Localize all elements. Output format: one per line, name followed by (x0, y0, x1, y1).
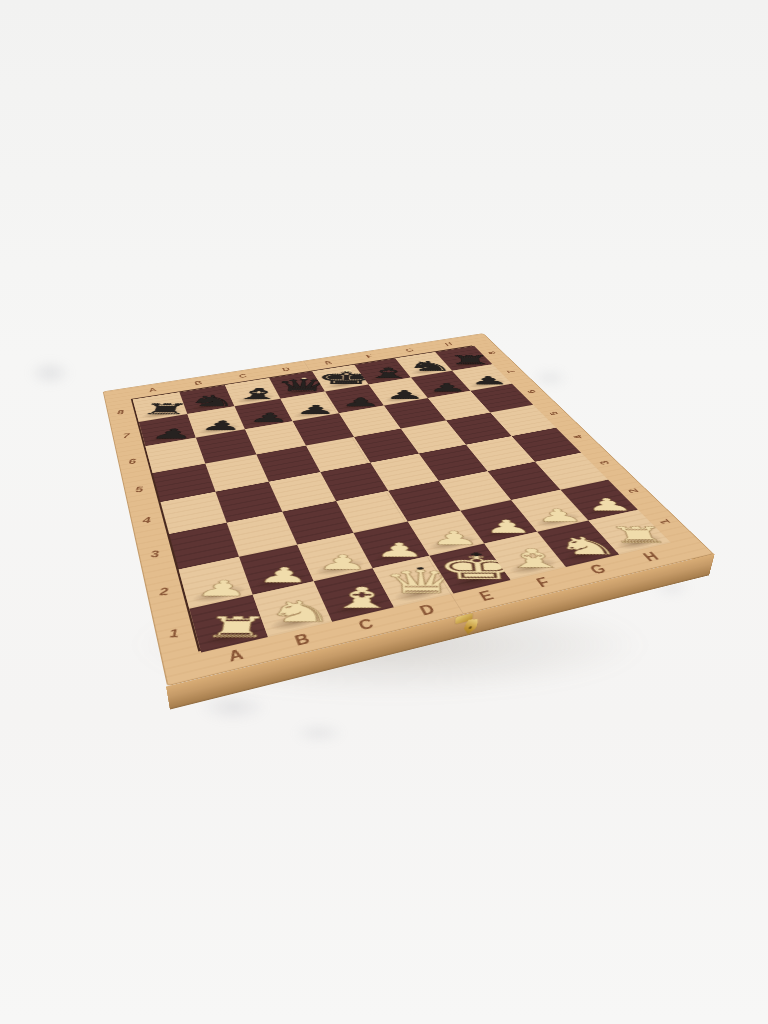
coordinate-label-near: C (356, 617, 376, 634)
king-cross-finial (474, 553, 479, 557)
coordinate-label-near: D (417, 602, 437, 618)
black-pawn: ♟ (294, 404, 336, 416)
latch-hole (469, 626, 473, 629)
coordinate-label-near: H (640, 550, 662, 564)
coordinate-label-left: 3 (150, 548, 161, 559)
coordinate-label-far: G (404, 347, 415, 353)
coordinate-label-right: 2 (624, 488, 641, 495)
piece-shadow (202, 623, 263, 650)
piece-shadow (505, 556, 561, 578)
coordinate-label-far: A (148, 386, 157, 393)
coordinate-label-left: 1 (169, 626, 181, 640)
black-knight: ♞ (185, 394, 240, 408)
black-pawn: ♟ (384, 389, 425, 400)
coordinate-label-far: C (238, 373, 248, 379)
square-a8: ♜ (133, 392, 188, 422)
black-pawn: ♟ (427, 382, 468, 393)
coordinate-label-right: 6 (524, 389, 538, 394)
coordinate-label-left: 6 (128, 457, 138, 465)
coordinate-label-near: G (587, 562, 609, 577)
coordinate-label-left: 2 (159, 585, 170, 597)
coordinate-label-left: 5 (134, 485, 144, 494)
coordinate-label-right: 4 (570, 434, 585, 439)
coordinate-label-far: D (281, 366, 291, 372)
king-cross-finial (345, 370, 348, 372)
coordinate-label-right: 1 (656, 518, 673, 525)
black-pawn: ♟ (199, 419, 245, 431)
piece-shadow (267, 609, 327, 635)
coordinate-label-left: 4 (142, 515, 152, 525)
queen-ball-finial (301, 378, 306, 379)
black-pawn: ♟ (149, 427, 196, 440)
queen-ball-finial (417, 567, 424, 569)
black-pawn: ♟ (340, 396, 381, 407)
coordinate-label-near: B (293, 631, 312, 649)
background-smudge (28, 360, 72, 386)
piece-shadow (582, 500, 633, 519)
coordinate-label-left: 8 (116, 409, 125, 416)
piece-shadow (330, 595, 389, 620)
coordinate-label-far: F (364, 353, 374, 359)
piece-shadow (391, 581, 449, 605)
coordinate-label-far: H (443, 341, 454, 347)
black-rook: ♜ (138, 402, 192, 416)
photo-stage: ♜♞♝♛♚♝♞♜♟♟♟♟♟♟♟♟♟♟♟♟♟♟♟♟♜♞♝♛♚♝♞♜ AABBCCD… (0, 0, 768, 1024)
coordinate-label-far: E (323, 360, 333, 366)
coordinate-label-right: 3 (596, 460, 612, 466)
coordinate-label-near: F (534, 575, 553, 590)
black-pawn: ♟ (468, 375, 509, 386)
coordinate-label-right: 7 (504, 369, 517, 373)
coordinate-label-near: E (477, 589, 497, 605)
coordinate-label-far: B (193, 379, 203, 386)
piece-shadow (560, 543, 615, 564)
piece-shadow (612, 532, 666, 553)
piece-shadow (449, 568, 506, 591)
coordinate-label-right: 5 (546, 411, 560, 416)
black-pawn: ♟ (247, 411, 291, 423)
coordinate-label-left: 7 (122, 432, 131, 440)
background-smudge (292, 722, 346, 744)
black-rook: ♜ (447, 354, 494, 366)
coordinate-label-near: A (227, 647, 246, 665)
